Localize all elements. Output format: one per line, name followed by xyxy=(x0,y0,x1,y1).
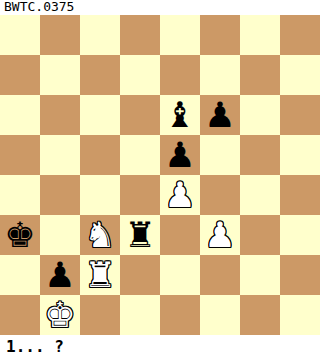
square-b6[interactable] xyxy=(40,95,80,135)
square-a6[interactable] xyxy=(0,95,40,135)
square-c5[interactable] xyxy=(80,135,120,175)
black-pawn: ♟ xyxy=(160,135,200,175)
square-f1[interactable] xyxy=(200,295,240,335)
square-a3[interactable]: ♚ xyxy=(0,215,40,255)
square-f6[interactable]: ♟ xyxy=(200,95,240,135)
black-pawn: ♟ xyxy=(200,95,240,135)
square-e7[interactable] xyxy=(160,55,200,95)
square-c2[interactable]: ♜ xyxy=(80,255,120,295)
square-g6[interactable] xyxy=(240,95,280,135)
square-a1[interactable] xyxy=(0,295,40,335)
square-e8[interactable] xyxy=(160,15,200,55)
square-b5[interactable] xyxy=(40,135,80,175)
square-e2[interactable] xyxy=(160,255,200,295)
white-rook: ♜ xyxy=(80,255,120,295)
square-g5[interactable] xyxy=(240,135,280,175)
square-g4[interactable] xyxy=(240,175,280,215)
square-d3[interactable]: ♜ xyxy=(120,215,160,255)
square-e3[interactable] xyxy=(160,215,200,255)
white-pawn: ♟ xyxy=(200,215,240,255)
black-rook: ♜ xyxy=(120,215,160,255)
square-d7[interactable] xyxy=(120,55,160,95)
square-a4[interactable] xyxy=(0,175,40,215)
square-f8[interactable] xyxy=(200,15,240,55)
square-d6[interactable] xyxy=(120,95,160,135)
square-h1[interactable] xyxy=(280,295,320,335)
square-b8[interactable] xyxy=(40,15,80,55)
square-d4[interactable] xyxy=(120,175,160,215)
square-d5[interactable] xyxy=(120,135,160,175)
white-pawn: ♟ xyxy=(160,175,200,215)
white-knight: ♞ xyxy=(80,215,120,255)
white-king: ♚ xyxy=(40,295,80,335)
square-h8[interactable] xyxy=(280,15,320,55)
move-prompt: 1... ? xyxy=(0,335,320,360)
square-h7[interactable] xyxy=(280,55,320,95)
square-e1[interactable] xyxy=(160,295,200,335)
square-c7[interactable] xyxy=(80,55,120,95)
square-c3[interactable]: ♞ xyxy=(80,215,120,255)
square-c8[interactable] xyxy=(80,15,120,55)
square-e5[interactable]: ♟ xyxy=(160,135,200,175)
square-d1[interactable] xyxy=(120,295,160,335)
square-f4[interactable] xyxy=(200,175,240,215)
square-a7[interactable] xyxy=(0,55,40,95)
square-a5[interactable] xyxy=(0,135,40,175)
square-g7[interactable] xyxy=(240,55,280,95)
square-f7[interactable] xyxy=(200,55,240,95)
puzzle-title: BWTC.0375 xyxy=(0,0,320,15)
square-c6[interactable] xyxy=(80,95,120,135)
square-b4[interactable] xyxy=(40,175,80,215)
chess-board: ♝♟♟♟♚♞♜♟♟♜♚ xyxy=(0,15,320,335)
black-king: ♚ xyxy=(0,215,40,255)
black-bishop: ♝ xyxy=(160,95,200,135)
square-d8[interactable] xyxy=(120,15,160,55)
square-g3[interactable] xyxy=(240,215,280,255)
square-h5[interactable] xyxy=(280,135,320,175)
square-b1[interactable]: ♚ xyxy=(40,295,80,335)
square-b7[interactable] xyxy=(40,55,80,95)
square-d2[interactable] xyxy=(120,255,160,295)
square-f2[interactable] xyxy=(200,255,240,295)
square-g2[interactable] xyxy=(240,255,280,295)
square-a8[interactable] xyxy=(0,15,40,55)
square-e4[interactable]: ♟ xyxy=(160,175,200,215)
square-c4[interactable] xyxy=(80,175,120,215)
square-h6[interactable] xyxy=(280,95,320,135)
square-a2[interactable] xyxy=(0,255,40,295)
square-b3[interactable] xyxy=(40,215,80,255)
square-f3[interactable]: ♟ xyxy=(200,215,240,255)
square-g1[interactable] xyxy=(240,295,280,335)
square-e6[interactable]: ♝ xyxy=(160,95,200,135)
square-h2[interactable] xyxy=(280,255,320,295)
square-h4[interactable] xyxy=(280,175,320,215)
square-c1[interactable] xyxy=(80,295,120,335)
square-h3[interactable] xyxy=(280,215,320,255)
black-pawn: ♟ xyxy=(40,255,80,295)
square-f5[interactable] xyxy=(200,135,240,175)
square-g8[interactable] xyxy=(240,15,280,55)
square-b2[interactable]: ♟ xyxy=(40,255,80,295)
